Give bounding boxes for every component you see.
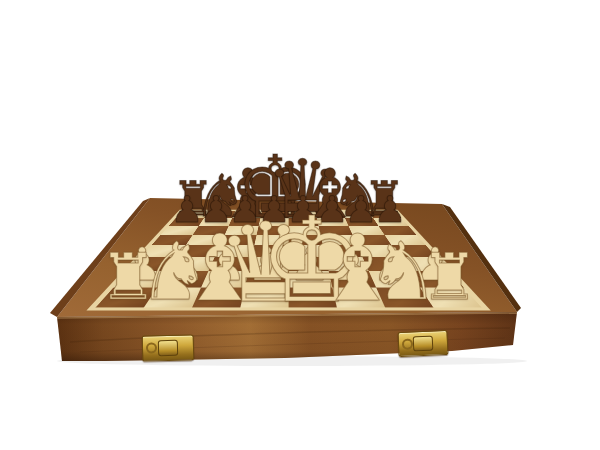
square-h6 <box>378 226 416 235</box>
square-h7 <box>373 218 408 226</box>
front-face-shading <box>57 312 517 361</box>
square-d4 <box>252 245 289 257</box>
square-h4 <box>391 245 436 257</box>
square-c5 <box>220 235 257 245</box>
square-c7 <box>229 218 261 226</box>
square-e2 <box>289 271 333 288</box>
square-f8 <box>315 211 345 218</box>
latch-hasp <box>413 336 433 352</box>
square-c4 <box>215 245 255 257</box>
square-d3 <box>249 257 289 271</box>
square-b8 <box>204 211 235 218</box>
square-e6 <box>289 226 321 235</box>
square-h3 <box>399 257 448 271</box>
square-c3 <box>208 257 251 271</box>
square-b5 <box>186 235 225 245</box>
latch-ring-icon <box>146 343 157 354</box>
latch-hasp <box>158 340 178 356</box>
square-d6 <box>257 226 289 235</box>
brass-clasp-right <box>397 330 448 357</box>
square-f7 <box>317 218 349 226</box>
square-h5 <box>384 235 425 245</box>
square-f5 <box>321 235 358 245</box>
square-d5 <box>254 235 288 245</box>
square-c8 <box>232 211 262 218</box>
square-e7 <box>289 218 319 226</box>
square-e5 <box>289 235 323 245</box>
square-c2 <box>201 271 248 288</box>
square-d7 <box>259 218 289 226</box>
square-e3 <box>289 257 329 271</box>
square-b6 <box>193 226 229 235</box>
square-b4 <box>178 245 220 257</box>
square-f6 <box>319 226 353 235</box>
square-e8 <box>289 211 317 218</box>
square-c1 <box>192 288 245 308</box>
latch-ring-icon <box>402 338 413 349</box>
square-d2 <box>245 271 289 288</box>
square-h8 <box>368 211 401 218</box>
brass-clasp-left <box>142 334 195 361</box>
square-f4 <box>323 245 363 257</box>
square-e4 <box>289 245 326 257</box>
square-e1 <box>289 288 337 308</box>
square-b3 <box>168 257 214 271</box>
square-b7 <box>199 218 232 226</box>
square-f3 <box>326 257 369 271</box>
square-d1 <box>240 288 288 308</box>
square-c6 <box>225 226 259 235</box>
chess-set-photo: ♜♞♝♚♛♝♞♜♟♟♟♟♟♟♟♟♟♟♟♟♟♟♟♟♜♞♝♛♚♝♞♜ <box>0 0 600 450</box>
square-d8 <box>260 211 288 218</box>
